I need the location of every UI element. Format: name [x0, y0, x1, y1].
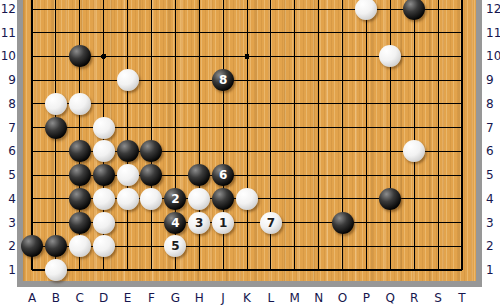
- stone-E9[interactable]: [117, 69, 139, 91]
- col-label-R: R: [402, 291, 426, 305]
- stone-C3[interactable]: [69, 212, 91, 234]
- stone-C6[interactable]: [69, 140, 91, 162]
- col-label-L: L: [259, 291, 283, 305]
- move-number: 2: [171, 193, 179, 205]
- stone-K4[interactable]: [236, 188, 258, 210]
- move-number: 1: [219, 217, 227, 229]
- row-label-right-9: 9: [486, 73, 500, 87]
- col-label-T: T: [450, 291, 474, 305]
- stone-E6[interactable]: [117, 140, 139, 162]
- row-label-left-12: 12: [0, 2, 16, 16]
- move-number: 5: [171, 240, 179, 252]
- row-label-left-2: 2: [0, 239, 16, 253]
- move-number: 4: [171, 217, 179, 229]
- row-label-left-10: 10: [0, 49, 16, 63]
- stone-O3[interactable]: [332, 212, 354, 234]
- col-label-K: K: [235, 291, 259, 305]
- col-label-S: S: [426, 291, 450, 305]
- stone-D3[interactable]: [93, 212, 115, 234]
- stone-B7[interactable]: [45, 117, 67, 139]
- board-frame: 86243175: [17, 0, 482, 287]
- stone-G3[interactable]: 4: [164, 212, 186, 234]
- stone-H3[interactable]: 3: [188, 212, 210, 234]
- row-label-right-7: 7: [486, 121, 500, 135]
- row-label-right-6: 6: [486, 144, 500, 158]
- col-label-J: J: [211, 291, 235, 305]
- star-point: [101, 54, 106, 59]
- stone-G4[interactable]: 2: [164, 188, 186, 210]
- go-board-screen: 86243175 121110987654321 121110987654321…: [0, 0, 500, 308]
- row-label-left-1: 1: [0, 263, 16, 277]
- stone-D7[interactable]: [93, 117, 115, 139]
- row-label-left-3: 3: [0, 216, 16, 230]
- stone-C2[interactable]: [69, 235, 91, 257]
- col-label-M: M: [283, 291, 307, 305]
- row-label-left-7: 7: [0, 121, 16, 135]
- stone-L3[interactable]: 7: [260, 212, 282, 234]
- go-board[interactable]: 86243175: [23, 0, 476, 281]
- stone-J3[interactable]: 1: [212, 212, 234, 234]
- stone-D6[interactable]: [93, 140, 115, 162]
- row-label-right-8: 8: [486, 97, 500, 111]
- col-label-C: C: [68, 291, 92, 305]
- col-label-E: E: [116, 291, 140, 305]
- stone-C8[interactable]: [69, 93, 91, 115]
- stone-B8[interactable]: [45, 93, 67, 115]
- stone-D4[interactable]: [93, 188, 115, 210]
- row-label-right-11: 11: [486, 26, 500, 40]
- col-label-G: G: [163, 291, 187, 305]
- row-label-left-6: 6: [0, 144, 16, 158]
- move-number: 8: [219, 74, 227, 86]
- stone-C5[interactable]: [69, 164, 91, 186]
- move-number: 7: [267, 217, 275, 229]
- row-label-right-10: 10: [486, 49, 500, 63]
- stone-E4[interactable]: [117, 188, 139, 210]
- row-label-right-4: 4: [486, 192, 500, 206]
- row-label-left-4: 4: [0, 192, 16, 206]
- stone-D2[interactable]: [93, 235, 115, 257]
- stone-B2[interactable]: [45, 235, 67, 257]
- stone-D5[interactable]: [93, 164, 115, 186]
- stone-J4[interactable]: [212, 188, 234, 210]
- stone-C4[interactable]: [69, 188, 91, 210]
- row-label-left-5: 5: [0, 168, 16, 182]
- row-label-right-12: 12: [486, 2, 500, 16]
- col-label-F: F: [139, 291, 163, 305]
- move-number: 6: [219, 169, 227, 181]
- star-point: [244, 54, 249, 59]
- row-label-left-8: 8: [0, 97, 16, 111]
- row-label-right-2: 2: [486, 239, 500, 253]
- row-label-left-11: 11: [0, 26, 16, 40]
- col-label-O: O: [331, 291, 355, 305]
- stone-H4[interactable]: [188, 188, 210, 210]
- col-label-N: N: [307, 291, 331, 305]
- row-label-left-9: 9: [0, 73, 16, 87]
- row-label-right-5: 5: [486, 168, 500, 182]
- stone-E5[interactable]: [117, 164, 139, 186]
- col-label-D: D: [92, 291, 116, 305]
- col-label-Q: Q: [378, 291, 402, 305]
- stone-B1[interactable]: [45, 259, 67, 281]
- row-label-right-3: 3: [486, 216, 500, 230]
- col-label-B: B: [44, 291, 68, 305]
- stone-Q4[interactable]: [379, 188, 401, 210]
- col-label-A: A: [20, 291, 44, 305]
- col-label-P: P: [354, 291, 378, 305]
- col-label-H: H: [187, 291, 211, 305]
- row-label-right-1: 1: [486, 263, 500, 277]
- move-number: 3: [195, 217, 203, 229]
